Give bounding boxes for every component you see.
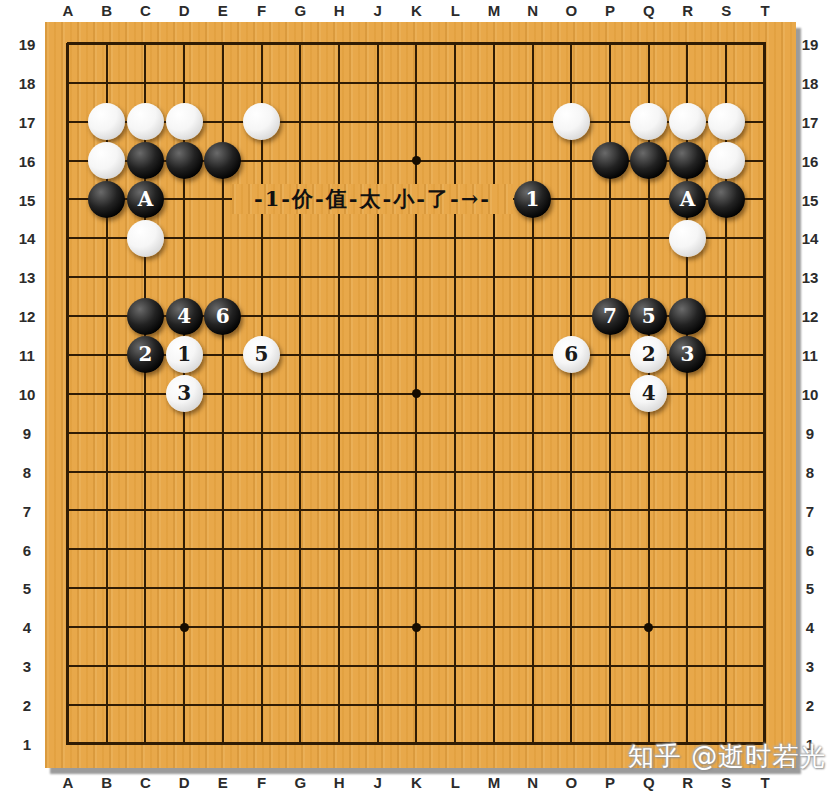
intersection-G4[interactable] (281, 608, 320, 647)
intersection-C12[interactable] (126, 297, 165, 336)
intersection-L4[interactable] (436, 608, 475, 647)
intersection-M13[interactable] (475, 258, 514, 297)
intersection-O3[interactable] (552, 647, 591, 686)
intersection-K12[interactable] (397, 297, 436, 336)
intersection-T2[interactable] (746, 685, 785, 724)
intersection-M2[interactable] (475, 685, 514, 724)
intersection-S6[interactable] (707, 530, 746, 569)
intersection-S14[interactable] (707, 219, 746, 258)
intersection-A8[interactable] (49, 452, 88, 491)
intersection-A18[interactable] (49, 63, 88, 102)
intersection-S2[interactable] (707, 685, 746, 724)
intersection-R11[interactable]: 3 (668, 336, 707, 375)
intersection-C14[interactable] (126, 219, 165, 258)
intersection-O10[interactable] (552, 374, 591, 413)
intersection-N10[interactable] (513, 374, 552, 413)
intersection-J3[interactable] (358, 647, 397, 686)
intersection-O14[interactable] (552, 219, 591, 258)
intersection-B2[interactable] (87, 685, 126, 724)
intersection-G9[interactable] (281, 413, 320, 452)
intersection-R18[interactable] (668, 63, 707, 102)
intersection-T7[interactable] (746, 491, 785, 530)
intersection-B13[interactable] (87, 258, 126, 297)
intersection-R12[interactable] (668, 297, 707, 336)
intersection-O7[interactable] (552, 491, 591, 530)
intersection-N13[interactable] (513, 258, 552, 297)
intersection-F2[interactable] (242, 685, 281, 724)
intersection-J2[interactable] (358, 685, 397, 724)
intersection-E13[interactable] (203, 258, 242, 297)
intersection-F3[interactable] (242, 647, 281, 686)
intersection-N1[interactable] (513, 724, 552, 763)
intersection-S19[interactable] (707, 25, 746, 64)
intersection-P6[interactable] (591, 530, 630, 569)
intersection-O4[interactable] (552, 608, 591, 647)
intersection-H2[interactable] (320, 685, 359, 724)
intersection-H7[interactable] (320, 491, 359, 530)
intersection-T18[interactable] (746, 63, 785, 102)
intersection-J16[interactable] (358, 141, 397, 180)
intersection-G6[interactable] (281, 530, 320, 569)
intersection-S5[interactable] (707, 569, 746, 608)
intersection-K7[interactable] (397, 491, 436, 530)
intersection-R7[interactable] (668, 491, 707, 530)
intersection-E10[interactable] (203, 374, 242, 413)
intersection-E3[interactable] (203, 647, 242, 686)
intersection-O6[interactable] (552, 530, 591, 569)
intersection-S9[interactable] (707, 413, 746, 452)
intersection-C7[interactable] (126, 491, 165, 530)
intersection-D8[interactable] (165, 452, 204, 491)
intersection-S15[interactable] (707, 180, 746, 219)
intersection-M18[interactable] (475, 63, 514, 102)
intersection-N3[interactable] (513, 647, 552, 686)
intersection-N6[interactable] (513, 530, 552, 569)
intersection-F9[interactable] (242, 413, 281, 452)
intersection-C9[interactable] (126, 413, 165, 452)
intersection-L12[interactable] (436, 297, 475, 336)
intersection-A2[interactable] (49, 685, 88, 724)
intersection-H4[interactable] (320, 608, 359, 647)
intersection-E11[interactable] (203, 336, 242, 375)
intersection-P11[interactable] (591, 336, 630, 375)
intersection-M5[interactable] (475, 569, 514, 608)
intersection-K19[interactable] (397, 25, 436, 64)
intersection-F5[interactable] (242, 569, 281, 608)
intersection-E14[interactable] (203, 219, 242, 258)
intersection-L2[interactable] (436, 685, 475, 724)
intersection-F6[interactable] (242, 530, 281, 569)
intersection-C11[interactable]: 2 (126, 336, 165, 375)
intersection-L17[interactable] (436, 102, 475, 141)
intersection-E4[interactable] (203, 608, 242, 647)
intersection-L1[interactable] (436, 724, 475, 763)
intersection-B16[interactable] (87, 141, 126, 180)
intersection-D5[interactable] (165, 569, 204, 608)
intersection-Q13[interactable] (629, 258, 668, 297)
intersection-E8[interactable] (203, 452, 242, 491)
intersection-K1[interactable] (397, 724, 436, 763)
intersection-F14[interactable] (242, 219, 281, 258)
intersection-Q5[interactable] (629, 569, 668, 608)
intersection-Q12[interactable]: 5 (629, 297, 668, 336)
intersection-N5[interactable] (513, 569, 552, 608)
intersection-L19[interactable] (436, 25, 475, 64)
intersection-C16[interactable] (126, 141, 165, 180)
intersection-O9[interactable] (552, 413, 591, 452)
intersection-E12[interactable]: 6 (203, 297, 242, 336)
intersection-E19[interactable] (203, 25, 242, 64)
intersection-Q15[interactable] (629, 180, 668, 219)
intersection-S17[interactable] (707, 102, 746, 141)
intersection-H17[interactable] (320, 102, 359, 141)
intersection-A6[interactable] (49, 530, 88, 569)
intersection-R4[interactable] (668, 608, 707, 647)
intersection-J17[interactable] (358, 102, 397, 141)
intersection-T19[interactable] (746, 25, 785, 64)
intersection-E6[interactable] (203, 530, 242, 569)
intersection-D11[interactable]: 1 (165, 336, 204, 375)
intersection-Q7[interactable] (629, 491, 668, 530)
intersection-R14[interactable] (668, 219, 707, 258)
intersection-E5[interactable] (203, 569, 242, 608)
intersection-C6[interactable] (126, 530, 165, 569)
intersection-P8[interactable] (591, 452, 630, 491)
intersection-K3[interactable] (397, 647, 436, 686)
intersection-B15[interactable] (87, 180, 126, 219)
intersection-G8[interactable] (281, 452, 320, 491)
intersection-C19[interactable] (126, 25, 165, 64)
intersection-K16[interactable] (397, 141, 436, 180)
intersection-J6[interactable] (358, 530, 397, 569)
intersection-N9[interactable] (513, 413, 552, 452)
intersection-C4[interactable] (126, 608, 165, 647)
intersection-K2[interactable] (397, 685, 436, 724)
intersection-Q17[interactable] (629, 102, 668, 141)
intersection-B7[interactable] (87, 491, 126, 530)
intersection-B8[interactable] (87, 452, 126, 491)
intersection-P10[interactable] (591, 374, 630, 413)
intersection-C13[interactable] (126, 258, 165, 297)
intersection-O5[interactable] (552, 569, 591, 608)
intersection-D4[interactable] (165, 608, 204, 647)
intersection-H16[interactable] (320, 141, 359, 180)
intersection-L18[interactable] (436, 63, 475, 102)
intersection-B1[interactable] (87, 724, 126, 763)
intersection-E7[interactable] (203, 491, 242, 530)
intersection-S3[interactable] (707, 647, 746, 686)
intersection-F4[interactable] (242, 608, 281, 647)
intersection-P17[interactable] (591, 102, 630, 141)
intersection-F8[interactable] (242, 452, 281, 491)
intersection-S18[interactable] (707, 63, 746, 102)
intersection-E1[interactable] (203, 724, 242, 763)
intersection-M17[interactable] (475, 102, 514, 141)
intersection-A5[interactable] (49, 569, 88, 608)
intersection-Q14[interactable] (629, 219, 668, 258)
intersection-M16[interactable] (475, 141, 514, 180)
intersection-J7[interactable] (358, 491, 397, 530)
intersection-L16[interactable] (436, 141, 475, 180)
intersection-T14[interactable] (746, 219, 785, 258)
intersection-B17[interactable] (87, 102, 126, 141)
intersection-J11[interactable] (358, 336, 397, 375)
intersection-O2[interactable] (552, 685, 591, 724)
intersection-R10[interactable] (668, 374, 707, 413)
intersection-Q4[interactable] (629, 608, 668, 647)
intersection-M12[interactable] (475, 297, 514, 336)
intersection-F7[interactable] (242, 491, 281, 530)
intersection-S11[interactable] (707, 336, 746, 375)
intersection-F11[interactable]: 5 (242, 336, 281, 375)
intersection-A15[interactable] (49, 180, 88, 219)
intersection-P16[interactable] (591, 141, 630, 180)
intersection-L14[interactable] (436, 219, 475, 258)
intersection-H5[interactable] (320, 569, 359, 608)
intersection-B4[interactable] (87, 608, 126, 647)
intersection-F17[interactable] (242, 102, 281, 141)
intersection-F18[interactable] (242, 63, 281, 102)
intersection-P1[interactable] (591, 724, 630, 763)
intersection-C8[interactable] (126, 452, 165, 491)
intersection-K10[interactable] (397, 374, 436, 413)
intersection-R13[interactable] (668, 258, 707, 297)
intersection-L7[interactable] (436, 491, 475, 530)
intersection-J18[interactable] (358, 63, 397, 102)
intersection-K11[interactable] (397, 336, 436, 375)
intersection-Q3[interactable] (629, 647, 668, 686)
intersection-D1[interactable] (165, 724, 204, 763)
intersection-G2[interactable] (281, 685, 320, 724)
intersection-F13[interactable] (242, 258, 281, 297)
intersection-P13[interactable] (591, 258, 630, 297)
intersection-R15[interactable]: A (668, 180, 707, 219)
intersection-L11[interactable] (436, 336, 475, 375)
intersection-J5[interactable] (358, 569, 397, 608)
intersection-S10[interactable] (707, 374, 746, 413)
intersection-L8[interactable] (436, 452, 475, 491)
intersection-D7[interactable] (165, 491, 204, 530)
intersection-O12[interactable] (552, 297, 591, 336)
intersection-M1[interactable] (475, 724, 514, 763)
intersection-M6[interactable] (475, 530, 514, 569)
intersection-D9[interactable] (165, 413, 204, 452)
intersection-M19[interactable] (475, 25, 514, 64)
intersection-A11[interactable] (49, 336, 88, 375)
intersection-E18[interactable] (203, 63, 242, 102)
intersection-N15[interactable]: 1 (513, 180, 552, 219)
intersection-A12[interactable] (49, 297, 88, 336)
intersection-T10[interactable] (746, 374, 785, 413)
intersection-M14[interactable] (475, 219, 514, 258)
intersection-G12[interactable] (281, 297, 320, 336)
intersection-R9[interactable] (668, 413, 707, 452)
intersection-H9[interactable] (320, 413, 359, 452)
intersection-R16[interactable] (668, 141, 707, 180)
intersection-R2[interactable] (668, 685, 707, 724)
intersection-G14[interactable] (281, 219, 320, 258)
intersection-A16[interactable] (49, 141, 88, 180)
intersection-E17[interactable] (203, 102, 242, 141)
intersection-S12[interactable] (707, 297, 746, 336)
intersection-D6[interactable] (165, 530, 204, 569)
intersection-D15[interactable] (165, 180, 204, 219)
intersection-G13[interactable] (281, 258, 320, 297)
intersection-L3[interactable] (436, 647, 475, 686)
intersection-T5[interactable] (746, 569, 785, 608)
intersection-G19[interactable] (281, 25, 320, 64)
intersection-G7[interactable] (281, 491, 320, 530)
intersection-J10[interactable] (358, 374, 397, 413)
intersection-M10[interactable] (475, 374, 514, 413)
intersection-K5[interactable] (397, 569, 436, 608)
intersection-K14[interactable] (397, 219, 436, 258)
intersection-H1[interactable] (320, 724, 359, 763)
intersection-B3[interactable] (87, 647, 126, 686)
intersection-N12[interactable] (513, 297, 552, 336)
intersection-C17[interactable] (126, 102, 165, 141)
intersection-P14[interactable] (591, 219, 630, 258)
intersection-F1[interactable] (242, 724, 281, 763)
intersection-T9[interactable] (746, 413, 785, 452)
intersection-Q8[interactable] (629, 452, 668, 491)
intersection-S7[interactable] (707, 491, 746, 530)
intersection-L6[interactable] (436, 530, 475, 569)
intersection-S4[interactable] (707, 608, 746, 647)
intersection-A14[interactable] (49, 219, 88, 258)
intersection-H13[interactable] (320, 258, 359, 297)
intersection-B19[interactable] (87, 25, 126, 64)
intersection-S16[interactable] (707, 141, 746, 180)
intersection-G18[interactable] (281, 63, 320, 102)
intersection-A19[interactable] (49, 25, 88, 64)
intersection-Q2[interactable] (629, 685, 668, 724)
intersection-P7[interactable] (591, 491, 630, 530)
intersection-N16[interactable] (513, 141, 552, 180)
intersection-B11[interactable] (87, 336, 126, 375)
intersection-G5[interactable] (281, 569, 320, 608)
intersection-C18[interactable] (126, 63, 165, 102)
intersection-O19[interactable] (552, 25, 591, 64)
intersection-T16[interactable] (746, 141, 785, 180)
intersection-G17[interactable] (281, 102, 320, 141)
intersection-N8[interactable] (513, 452, 552, 491)
intersection-A7[interactable] (49, 491, 88, 530)
intersection-E9[interactable] (203, 413, 242, 452)
intersection-A3[interactable] (49, 647, 88, 686)
intersection-R3[interactable] (668, 647, 707, 686)
intersection-N11[interactable] (513, 336, 552, 375)
intersection-J14[interactable] (358, 219, 397, 258)
intersection-P9[interactable] (591, 413, 630, 452)
intersection-T13[interactable] (746, 258, 785, 297)
intersection-T11[interactable] (746, 336, 785, 375)
intersection-D19[interactable] (165, 25, 204, 64)
intersection-T6[interactable] (746, 530, 785, 569)
intersection-A4[interactable] (49, 608, 88, 647)
intersection-A13[interactable] (49, 258, 88, 297)
intersection-O8[interactable] (552, 452, 591, 491)
intersection-C5[interactable] (126, 569, 165, 608)
intersection-L10[interactable] (436, 374, 475, 413)
intersection-S8[interactable] (707, 452, 746, 491)
intersection-B18[interactable] (87, 63, 126, 102)
intersection-R6[interactable] (668, 530, 707, 569)
intersection-G10[interactable] (281, 374, 320, 413)
intersection-D3[interactable] (165, 647, 204, 686)
intersection-H18[interactable] (320, 63, 359, 102)
intersection-G16[interactable] (281, 141, 320, 180)
intersection-B6[interactable] (87, 530, 126, 569)
intersection-E2[interactable] (203, 685, 242, 724)
intersection-S13[interactable] (707, 258, 746, 297)
intersection-N2[interactable] (513, 685, 552, 724)
intersection-Q6[interactable] (629, 530, 668, 569)
intersection-O16[interactable] (552, 141, 591, 180)
intersection-L9[interactable] (436, 413, 475, 452)
intersection-T12[interactable] (746, 297, 785, 336)
intersection-F12[interactable] (242, 297, 281, 336)
intersection-Q9[interactable] (629, 413, 668, 452)
intersection-P12[interactable]: 7 (591, 297, 630, 336)
intersection-Q11[interactable]: 2 (629, 336, 668, 375)
intersection-C2[interactable] (126, 685, 165, 724)
intersection-O13[interactable] (552, 258, 591, 297)
intersection-O17[interactable] (552, 102, 591, 141)
intersection-H3[interactable] (320, 647, 359, 686)
intersection-H19[interactable] (320, 25, 359, 64)
intersection-H6[interactable] (320, 530, 359, 569)
intersection-R5[interactable] (668, 569, 707, 608)
intersection-A9[interactable] (49, 413, 88, 452)
intersection-C3[interactable] (126, 647, 165, 686)
intersection-L5[interactable] (436, 569, 475, 608)
intersection-P2[interactable] (591, 685, 630, 724)
intersection-K4[interactable] (397, 608, 436, 647)
intersection-K18[interactable] (397, 63, 436, 102)
intersection-K9[interactable] (397, 413, 436, 452)
intersection-A1[interactable] (49, 724, 88, 763)
intersection-N19[interactable] (513, 25, 552, 64)
intersection-M3[interactable] (475, 647, 514, 686)
intersection-C15[interactable]: A (126, 180, 165, 219)
intersection-A10[interactable] (49, 374, 88, 413)
intersection-K6[interactable] (397, 530, 436, 569)
intersection-H14[interactable] (320, 219, 359, 258)
intersection-F10[interactable] (242, 374, 281, 413)
intersection-M8[interactable] (475, 452, 514, 491)
intersection-D12[interactable]: 4 (165, 297, 204, 336)
intersection-O15[interactable] (552, 180, 591, 219)
intersection-T3[interactable] (746, 647, 785, 686)
intersection-G3[interactable] (281, 647, 320, 686)
intersection-K17[interactable] (397, 102, 436, 141)
intersection-P19[interactable] (591, 25, 630, 64)
intersection-J8[interactable] (358, 452, 397, 491)
intersection-M11[interactable] (475, 336, 514, 375)
intersection-D18[interactable] (165, 63, 204, 102)
intersection-D13[interactable] (165, 258, 204, 297)
intersection-A17[interactable] (49, 102, 88, 141)
intersection-R8[interactable] (668, 452, 707, 491)
intersection-D2[interactable] (165, 685, 204, 724)
intersection-P15[interactable] (591, 180, 630, 219)
intersection-O18[interactable] (552, 63, 591, 102)
intersection-M9[interactable] (475, 413, 514, 452)
intersection-M4[interactable] (475, 608, 514, 647)
intersection-J1[interactable] (358, 724, 397, 763)
intersection-O1[interactable] (552, 724, 591, 763)
